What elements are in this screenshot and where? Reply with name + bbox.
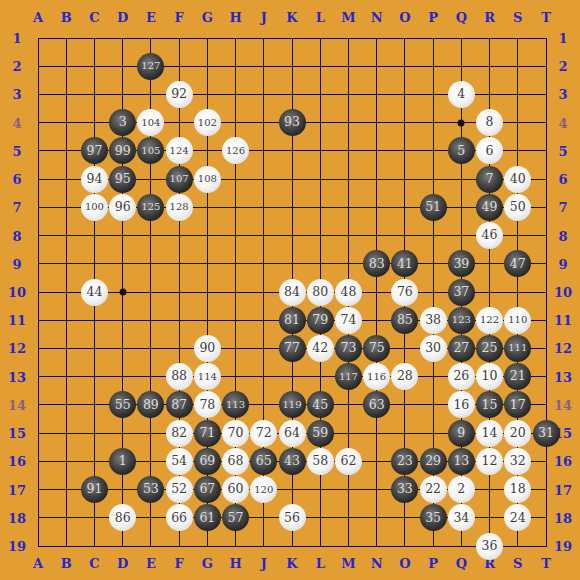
stone-black-127[interactable]: 127 (137, 53, 164, 80)
col-label-bottom-E: E (146, 557, 156, 570)
stone-move-number: 35 (425, 512, 441, 525)
stone-white-120[interactable]: 120 (250, 476, 277, 503)
stone-black-25[interactable]: 25 (476, 335, 503, 362)
col-label-top-O: O (399, 11, 410, 24)
stone-black-85[interactable]: 85 (391, 307, 418, 334)
star-point-Q4 (458, 119, 465, 126)
stone-black-79[interactable]: 79 (307, 307, 334, 334)
stone-white-94[interactable]: 94 (81, 166, 108, 193)
row-label-left-10: 10 (8, 286, 26, 299)
col-label-bottom-K: K (286, 557, 297, 570)
stone-move-number: 116 (367, 372, 386, 382)
stone-white-74[interactable]: 74 (335, 307, 362, 334)
stone-move-number: 113 (226, 400, 245, 410)
stone-move-number: 120 (254, 485, 273, 495)
stone-white-108[interactable]: 108 (194, 166, 221, 193)
stone-white-54[interactable]: 54 (166, 448, 193, 475)
stone-move-number: 66 (171, 512, 187, 525)
stone-black-83[interactable]: 83 (363, 250, 390, 277)
stone-move-number: 65 (256, 455, 272, 468)
stone-black-117[interactable]: 117 (335, 363, 362, 390)
stone-move-number: 82 (171, 427, 187, 440)
stone-move-number: 70 (228, 427, 244, 440)
stone-move-number: 48 (340, 286, 356, 299)
stone-move-number: 46 (482, 229, 498, 242)
stone-move-number: 62 (340, 455, 356, 468)
stone-black-51[interactable]: 51 (420, 194, 447, 221)
stone-black-9[interactable]: 9 (448, 420, 475, 447)
stone-move-number: 93 (284, 116, 300, 129)
col-label-top-C: C (89, 11, 99, 24)
col-label-top-S: S (513, 11, 522, 24)
stone-move-number: 128 (170, 202, 189, 212)
stone-move-number: 122 (480, 315, 499, 325)
stone-white-92[interactable]: 92 (166, 81, 193, 108)
stone-move-number: 37 (453, 286, 469, 299)
stone-white-78[interactable]: 78 (194, 391, 221, 418)
stone-move-number: 58 (312, 455, 328, 468)
stone-white-76[interactable]: 76 (391, 279, 418, 306)
stone-white-6[interactable]: 6 (476, 137, 503, 164)
stone-move-number: 60 (228, 483, 244, 496)
stone-white-62[interactable]: 62 (335, 448, 362, 475)
row-label-right-4: 4 (558, 116, 567, 129)
stone-black-65[interactable]: 65 (250, 448, 277, 475)
stone-white-128[interactable]: 128 (166, 194, 193, 221)
stone-white-24[interactable]: 24 (504, 504, 531, 531)
row-label-left-16: 16 (8, 455, 26, 468)
col-label-bottom-N: N (371, 557, 383, 570)
stone-move-number: 26 (453, 370, 469, 383)
stone-move-number: 9 (457, 427, 465, 440)
stone-black-125[interactable]: 125 (137, 194, 164, 221)
row-label-left-17: 17 (8, 483, 26, 496)
stone-black-53[interactable]: 53 (137, 476, 164, 503)
stone-white-88[interactable]: 88 (166, 363, 193, 390)
row-label-left-9: 9 (12, 257, 21, 270)
stone-move-number: 76 (397, 286, 413, 299)
row-label-right-6: 6 (558, 173, 567, 186)
stone-black-1[interactable]: 1 (109, 448, 136, 475)
stone-move-number: 17 (510, 399, 526, 412)
stone-black-107[interactable]: 107 (166, 166, 193, 193)
stone-move-number: 64 (284, 427, 300, 440)
stone-move-number: 67 (199, 483, 215, 496)
col-label-bottom-P: P (428, 557, 438, 570)
stone-move-number: 30 (425, 342, 441, 355)
stone-white-38[interactable]: 38 (420, 307, 447, 334)
row-label-left-13: 13 (8, 370, 26, 383)
row-label-left-11: 11 (8, 314, 26, 327)
stone-white-82[interactable]: 82 (166, 420, 193, 447)
stone-move-number: 127 (141, 61, 160, 71)
stone-move-number: 92 (171, 88, 187, 101)
row-label-left-4: 4 (12, 116, 21, 129)
stone-white-56[interactable]: 56 (279, 504, 306, 531)
stone-move-number: 59 (312, 427, 328, 440)
stone-black-77[interactable]: 77 (279, 335, 306, 362)
stone-move-number: 55 (115, 399, 131, 412)
stone-move-number: 124 (170, 146, 189, 156)
stone-black-97[interactable]: 97 (81, 137, 108, 164)
stone-black-35[interactable]: 35 (420, 504, 447, 531)
stone-move-number: 41 (397, 258, 413, 271)
stone-black-47[interactable]: 47 (504, 250, 531, 277)
stone-white-68[interactable]: 68 (222, 448, 249, 475)
stone-move-number: 15 (482, 399, 498, 412)
row-label-right-3: 3 (558, 88, 567, 101)
stone-white-122[interactable]: 122 (476, 307, 503, 334)
stone-white-96[interactable]: 96 (109, 194, 136, 221)
stone-black-123[interactable]: 123 (448, 307, 475, 334)
stone-white-90[interactable]: 90 (194, 335, 221, 362)
star-point-D10 (119, 289, 126, 296)
stone-move-number: 108 (198, 174, 217, 184)
stone-black-33[interactable]: 33 (391, 476, 418, 503)
go-board[interactable]: AABBCCDDEEFFGGHHJJKKLLMMNNOOPPQQRRSSTT11… (0, 0, 580, 580)
stone-black-111[interactable]: 111 (504, 335, 531, 362)
stone-move-number: 31 (538, 427, 554, 440)
stone-move-number: 95 (115, 173, 131, 186)
stone-white-66[interactable]: 66 (166, 504, 193, 531)
stone-move-number: 57 (228, 512, 244, 525)
stone-black-89[interactable]: 89 (137, 391, 164, 418)
stone-move-number: 87 (171, 399, 187, 412)
stone-white-110[interactable]: 110 (504, 307, 531, 334)
stone-move-number: 94 (86, 173, 102, 186)
stone-move-number: 105 (141, 146, 160, 156)
stone-black-73[interactable]: 73 (335, 335, 362, 362)
stone-white-70[interactable]: 70 (222, 420, 249, 447)
stone-move-number: 24 (510, 512, 526, 525)
stone-black-29[interactable]: 29 (420, 448, 447, 475)
row-label-left-8: 8 (12, 229, 21, 242)
stone-white-86[interactable]: 86 (109, 504, 136, 531)
stone-white-10[interactable]: 10 (476, 363, 503, 390)
stone-white-30[interactable]: 30 (420, 335, 447, 362)
stone-move-number: 72 (256, 427, 272, 440)
stone-move-number: 68 (228, 455, 244, 468)
stone-black-41[interactable]: 41 (391, 250, 418, 277)
stone-move-number: 78 (199, 399, 215, 412)
col-label-bottom-T: T (541, 557, 551, 570)
stone-white-22[interactable]: 22 (420, 476, 447, 503)
stone-black-15[interactable]: 15 (476, 391, 503, 418)
stone-move-number: 40 (510, 173, 526, 186)
stone-white-114[interactable]: 114 (194, 363, 221, 390)
stone-move-number: 47 (510, 258, 526, 271)
stone-move-number: 52 (171, 483, 187, 496)
stone-move-number: 61 (199, 512, 215, 525)
stone-move-number: 83 (369, 258, 385, 271)
stone-white-16[interactable]: 16 (448, 391, 475, 418)
stone-black-13[interactable]: 13 (448, 448, 475, 475)
row-label-left-3: 3 (12, 88, 21, 101)
stone-move-number: 39 (453, 258, 469, 271)
stone-move-number: 5 (457, 145, 465, 158)
stone-move-number: 107 (170, 174, 189, 184)
stone-move-number: 80 (312, 286, 328, 299)
stone-move-number: 89 (143, 399, 159, 412)
col-label-top-T: T (541, 11, 551, 24)
stone-move-number: 123 (452, 315, 471, 325)
stone-black-59[interactable]: 59 (307, 420, 334, 447)
row-label-right-1: 1 (558, 32, 567, 45)
stone-black-27[interactable]: 27 (448, 335, 475, 362)
stone-black-91[interactable]: 91 (81, 476, 108, 503)
stone-black-63[interactable]: 63 (363, 391, 390, 418)
stone-move-number: 12 (482, 455, 498, 468)
stone-move-number: 43 (284, 455, 300, 468)
stone-white-34[interactable]: 34 (448, 504, 475, 531)
stone-white-8[interactable]: 8 (476, 109, 503, 136)
stone-white-48[interactable]: 48 (335, 279, 362, 306)
row-label-left-19: 19 (8, 540, 26, 553)
stone-black-31[interactable]: 31 (533, 420, 560, 447)
stone-move-number: 25 (482, 342, 498, 355)
row-label-right-2: 2 (558, 60, 567, 73)
stone-black-55[interactable]: 55 (109, 391, 136, 418)
stone-black-37[interactable]: 37 (448, 279, 475, 306)
stone-black-17[interactable]: 17 (504, 391, 531, 418)
stone-move-number: 86 (115, 512, 131, 525)
col-label-bottom-M: M (341, 557, 355, 570)
stone-white-102[interactable]: 102 (194, 109, 221, 136)
stone-black-49[interactable]: 49 (476, 194, 503, 221)
stone-move-number: 16 (453, 399, 469, 412)
stone-move-number: 125 (141, 202, 160, 212)
stone-move-number: 102 (198, 118, 217, 128)
stone-white-36[interactable]: 36 (476, 533, 503, 560)
stone-white-2[interactable]: 2 (448, 476, 475, 503)
stone-move-number: 27 (453, 342, 469, 355)
row-label-right-5: 5 (558, 144, 567, 157)
row-label-right-13: 13 (554, 370, 572, 383)
col-label-top-B: B (61, 11, 72, 24)
stone-black-99[interactable]: 99 (109, 137, 136, 164)
stone-move-number: 10 (482, 370, 498, 383)
stone-move-number: 29 (425, 455, 441, 468)
col-label-bottom-S: S (513, 557, 522, 570)
row-label-right-7: 7 (558, 201, 567, 214)
stone-move-number: 71 (199, 427, 215, 440)
stone-move-number: 73 (340, 342, 356, 355)
stone-move-number: 32 (510, 455, 526, 468)
stone-black-71[interactable]: 71 (194, 420, 221, 447)
stone-move-number: 50 (510, 201, 526, 214)
row-label-left-2: 2 (12, 60, 21, 73)
stone-move-number: 126 (226, 146, 245, 156)
col-label-top-R: R (484, 11, 495, 24)
stone-move-number: 119 (282, 400, 301, 410)
stone-white-124[interactable]: 124 (166, 137, 193, 164)
row-label-right-10: 10 (554, 286, 572, 299)
stone-move-number: 99 (115, 145, 131, 158)
row-label-left-14: 14 (8, 398, 26, 411)
stone-white-80[interactable]: 80 (307, 279, 334, 306)
stone-black-23[interactable]: 23 (391, 448, 418, 475)
stone-move-number: 18 (510, 483, 526, 496)
stone-move-number: 110 (508, 315, 527, 325)
col-label-top-D: D (117, 11, 128, 24)
stone-black-75[interactable]: 75 (363, 335, 390, 362)
row-label-right-16: 16 (554, 455, 572, 468)
col-label-top-N: N (371, 11, 383, 24)
stone-move-number: 7 (486, 173, 494, 186)
col-label-top-E: E (146, 11, 156, 24)
stone-move-number: 51 (425, 201, 441, 214)
stone-move-number: 2 (457, 483, 465, 496)
stone-move-number: 38 (425, 314, 441, 327)
stone-black-119[interactable]: 119 (279, 391, 306, 418)
col-label-bottom-C: C (89, 557, 99, 570)
stone-move-number: 63 (369, 399, 385, 412)
col-label-top-A: A (33, 11, 43, 24)
stone-black-81[interactable]: 81 (279, 307, 306, 334)
stone-white-28[interactable]: 28 (391, 363, 418, 390)
row-label-right-9: 9 (558, 257, 567, 270)
stone-black-5[interactable]: 5 (448, 137, 475, 164)
stone-move-number: 13 (453, 455, 469, 468)
stone-move-number: 77 (284, 342, 300, 355)
col-label-bottom-D: D (117, 557, 128, 570)
row-label-left-15: 15 (8, 427, 26, 440)
col-label-bottom-F: F (174, 557, 183, 570)
stone-move-number: 84 (284, 286, 300, 299)
stone-move-number: 21 (510, 370, 526, 383)
stone-move-number: 53 (143, 483, 159, 496)
col-label-top-G: G (202, 11, 213, 24)
row-label-left-5: 5 (12, 144, 21, 157)
stone-move-number: 88 (171, 370, 187, 383)
stone-white-84[interactable]: 84 (279, 279, 306, 306)
col-label-bottom-Q: Q (456, 557, 467, 570)
stone-white-116[interactable]: 116 (363, 363, 390, 390)
stone-white-58[interactable]: 58 (307, 448, 334, 475)
stone-black-45[interactable]: 45 (307, 391, 334, 418)
stone-white-40[interactable]: 40 (504, 166, 531, 193)
stone-move-number: 34 (453, 512, 469, 525)
stone-move-number: 1 (119, 455, 127, 468)
stone-black-69[interactable]: 69 (194, 448, 221, 475)
row-label-right-8: 8 (558, 229, 567, 242)
stone-move-number: 114 (198, 372, 217, 382)
stone-move-number: 22 (425, 483, 441, 496)
stone-black-3[interactable]: 3 (109, 109, 136, 136)
stone-move-number: 6 (486, 145, 494, 158)
row-label-right-12: 12 (554, 342, 572, 355)
stone-move-number: 79 (312, 314, 328, 327)
col-label-top-F: F (174, 11, 183, 24)
row-label-right-19: 19 (554, 540, 572, 553)
stone-move-number: 44 (86, 286, 102, 299)
col-label-top-P: P (428, 11, 438, 24)
row-label-right-17: 17 (554, 483, 572, 496)
stone-white-12[interactable]: 12 (476, 448, 503, 475)
stone-move-number: 111 (508, 343, 527, 353)
stone-move-number: 69 (199, 455, 215, 468)
stone-black-93[interactable]: 93 (279, 109, 306, 136)
stone-move-number: 49 (482, 201, 498, 214)
stone-move-number: 33 (397, 483, 413, 496)
stone-move-number: 42 (312, 342, 328, 355)
col-label-bottom-B: B (61, 557, 72, 570)
stone-move-number: 81 (284, 314, 300, 327)
stone-white-18[interactable]: 18 (504, 476, 531, 503)
stone-black-43[interactable]: 43 (279, 448, 306, 475)
stone-black-113[interactable]: 113 (222, 391, 249, 418)
stone-black-7[interactable]: 7 (476, 166, 503, 193)
stone-move-number: 20 (510, 427, 526, 440)
row-label-left-1: 1 (12, 32, 21, 45)
row-label-right-11: 11 (554, 314, 572, 327)
col-label-bottom-G: G (202, 557, 213, 570)
stone-move-number: 104 (141, 118, 160, 128)
stone-white-14[interactable]: 14 (476, 420, 503, 447)
col-label-bottom-H: H (229, 557, 241, 570)
stone-move-number: 3 (119, 116, 127, 129)
stone-black-61[interactable]: 61 (194, 504, 221, 531)
stone-white-100[interactable]: 100 (81, 194, 108, 221)
stone-black-67[interactable]: 67 (194, 476, 221, 503)
stone-white-50[interactable]: 50 (504, 194, 531, 221)
stone-white-42[interactable]: 42 (307, 335, 334, 362)
stone-white-46[interactable]: 46 (476, 222, 503, 249)
stone-white-4[interactable]: 4 (448, 81, 475, 108)
col-label-bottom-L: L (316, 557, 325, 570)
stone-white-104[interactable]: 104 (137, 109, 164, 136)
col-label-top-M: M (341, 11, 355, 24)
stone-move-number: 117 (339, 372, 358, 382)
stone-move-number: 36 (482, 540, 498, 553)
row-label-right-18: 18 (554, 511, 572, 524)
stone-black-39[interactable]: 39 (448, 250, 475, 277)
col-label-bottom-J: J (261, 557, 267, 570)
stone-black-21[interactable]: 21 (504, 363, 531, 390)
col-label-top-H: H (229, 11, 241, 24)
stone-black-87[interactable]: 87 (166, 391, 193, 418)
col-label-top-J: J (261, 11, 267, 24)
stone-move-number: 85 (397, 314, 413, 327)
row-label-left-12: 12 (8, 342, 26, 355)
stone-white-72[interactable]: 72 (250, 420, 277, 447)
stone-move-number: 91 (86, 483, 102, 496)
col-label-top-L: L (316, 11, 325, 24)
row-label-right-14: 14 (554, 398, 572, 411)
stone-move-number: 8 (486, 116, 494, 129)
stone-white-52[interactable]: 52 (166, 476, 193, 503)
stone-white-26[interactable]: 26 (448, 363, 475, 390)
stone-white-64[interactable]: 64 (279, 420, 306, 447)
stone-move-number: 54 (171, 455, 187, 468)
stone-black-57[interactable]: 57 (222, 504, 249, 531)
stone-black-105[interactable]: 105 (137, 137, 164, 164)
stone-white-126[interactable]: 126 (222, 137, 249, 164)
stone-white-60[interactable]: 60 (222, 476, 249, 503)
stone-move-number: 23 (397, 455, 413, 468)
stone-move-number: 28 (397, 370, 413, 383)
stone-black-95[interactable]: 95 (109, 166, 136, 193)
stone-white-20[interactable]: 20 (504, 420, 531, 447)
stone-white-32[interactable]: 32 (504, 448, 531, 475)
grid-line (38, 546, 547, 547)
col-label-bottom-O: O (399, 557, 410, 570)
stone-move-number: 97 (86, 145, 102, 158)
row-label-left-6: 6 (12, 173, 21, 186)
stone-move-number: 74 (340, 314, 356, 327)
stone-white-44[interactable]: 44 (81, 279, 108, 306)
col-label-top-K: K (286, 11, 297, 24)
